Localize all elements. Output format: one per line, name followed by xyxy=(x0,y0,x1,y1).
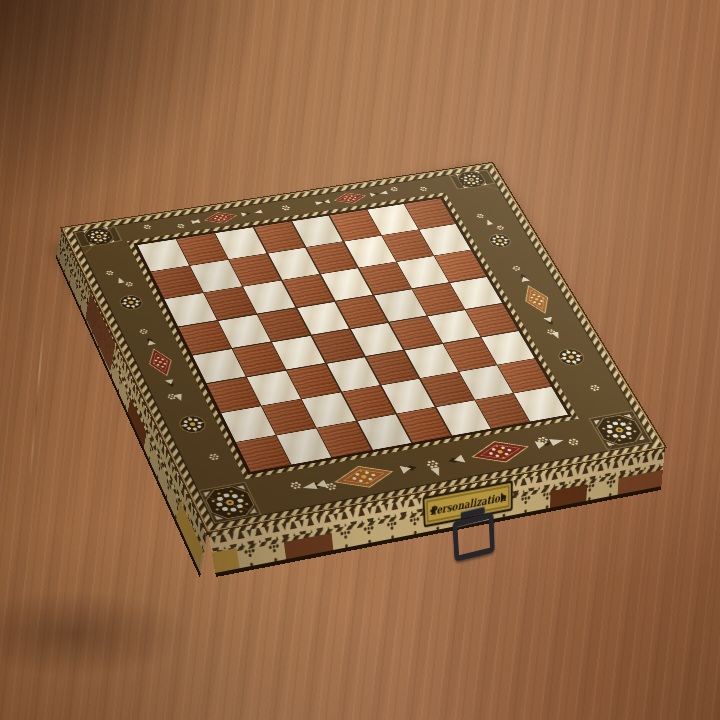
metal-latch xyxy=(452,504,495,562)
